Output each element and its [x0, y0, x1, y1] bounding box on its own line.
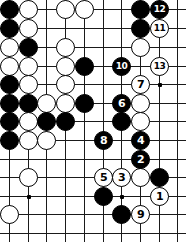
stone[interactable]	[0, 94, 19, 113]
move-number: 13	[154, 62, 166, 71]
stone-move-2[interactable]: 2	[131, 150, 150, 169]
stone[interactable]	[131, 38, 150, 57]
stone[interactable]	[131, 168, 150, 187]
stone[interactable]	[37, 131, 56, 150]
move-number: 4	[137, 135, 144, 146]
stone[interactable]	[112, 112, 131, 131]
move-number: 12	[154, 5, 166, 14]
stone[interactable]	[19, 57, 38, 76]
star-point	[158, 83, 162, 87]
stone[interactable]	[56, 94, 75, 113]
stone[interactable]	[56, 38, 75, 57]
stone[interactable]	[131, 94, 150, 113]
stone[interactable]	[19, 38, 38, 57]
stone[interactable]	[56, 75, 75, 94]
stone-move-1[interactable]: 1	[150, 187, 169, 206]
stone[interactable]	[0, 19, 19, 38]
stone-move-13[interactable]: 13	[150, 57, 169, 76]
move-number: 1	[156, 191, 163, 202]
move-number: 8	[100, 135, 107, 146]
move-number: 9	[137, 209, 144, 220]
stone[interactable]	[19, 75, 38, 94]
stone[interactable]	[56, 0, 75, 19]
stone-move-5[interactable]: 5	[94, 168, 113, 187]
stone[interactable]	[0, 205, 19, 224]
stone-move-9[interactable]: 9	[131, 205, 150, 224]
stone[interactable]	[0, 131, 19, 150]
move-number: 3	[118, 172, 125, 183]
stone-move-12[interactable]: 12	[150, 0, 169, 19]
stone[interactable]	[75, 94, 94, 113]
stone[interactable]	[37, 112, 56, 131]
move-number: 11	[154, 24, 166, 33]
stone-move-6[interactable]: 6	[112, 94, 131, 113]
stone[interactable]	[37, 94, 56, 113]
stone-move-8[interactable]: 8	[94, 131, 113, 150]
stone-move-10[interactable]: 10	[112, 57, 131, 76]
stone[interactable]	[75, 0, 94, 19]
stone[interactable]	[131, 112, 150, 131]
move-number: 5	[100, 172, 107, 183]
stone[interactable]	[19, 94, 38, 113]
stone[interactable]	[19, 112, 38, 131]
stone-move-3[interactable]: 3	[112, 168, 131, 187]
star-point	[120, 195, 124, 199]
grid-line-v-9	[177, 0, 178, 242]
stone[interactable]	[19, 131, 38, 150]
stone[interactable]	[0, 57, 19, 76]
grid-line-v-4	[84, 0, 85, 242]
move-number: 7	[137, 79, 144, 90]
go-board[interactable]: 12345678910111213	[0, 0, 186, 242]
stone-move-4[interactable]: 4	[131, 131, 150, 150]
stone[interactable]	[0, 38, 19, 57]
stone[interactable]	[19, 19, 38, 38]
stone[interactable]	[75, 57, 94, 76]
stone[interactable]	[112, 205, 131, 224]
stone[interactable]	[19, 0, 38, 19]
stone[interactable]	[0, 75, 19, 94]
stone-move-11[interactable]: 11	[150, 19, 169, 38]
stone[interactable]	[0, 0, 19, 19]
move-number: 10	[116, 62, 128, 71]
stone-move-7[interactable]: 7	[131, 75, 150, 94]
stone[interactable]	[0, 112, 19, 131]
stone[interactable]	[131, 0, 150, 19]
move-number: 6	[118, 98, 125, 109]
stone[interactable]	[131, 19, 150, 38]
stone[interactable]	[56, 57, 75, 76]
stone[interactable]	[56, 112, 75, 131]
move-number: 2	[137, 154, 144, 165]
stone[interactable]	[94, 187, 113, 206]
stone[interactable]	[150, 168, 169, 187]
stone[interactable]	[19, 168, 38, 187]
star-point	[27, 195, 31, 199]
